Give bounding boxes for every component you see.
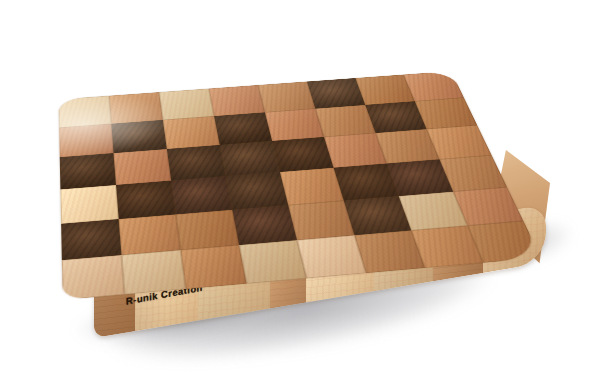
cutting-board-photo: ♣ R-unik Création bbox=[0, 0, 600, 385]
board-cell-r1c8 bbox=[403, 71, 463, 101]
board-cell-r3c3 bbox=[167, 145, 226, 180]
board-cell-r2c1 bbox=[59, 124, 113, 158]
board-cell-r1c5 bbox=[258, 82, 315, 113]
board-cell-r3c4 bbox=[220, 141, 280, 176]
board-cell-r3c5 bbox=[272, 137, 333, 172]
board-cell-r1c4 bbox=[209, 85, 265, 116]
board-cell-r3c8 bbox=[427, 125, 492, 159]
board-cell-r1c3 bbox=[159, 89, 214, 120]
board-cell-r4c1 bbox=[60, 185, 118, 224]
board-cell-r1c2 bbox=[109, 92, 163, 123]
board-cell-r3c1 bbox=[60, 153, 116, 189]
board-cell-r6c5 bbox=[297, 235, 366, 278]
board-cell-r6c1 bbox=[62, 255, 125, 300]
board-cell-r2c4 bbox=[214, 112, 272, 145]
board-cell-r6c4 bbox=[239, 240, 307, 283]
board-cell-r4c3 bbox=[171, 176, 232, 214]
board-cell-r2c5 bbox=[265, 108, 324, 141]
board-cell-r5c3 bbox=[176, 210, 239, 251]
board-cell-r6c3 bbox=[181, 245, 247, 289]
board-cell-r3c2 bbox=[114, 149, 172, 185]
board-cell-r5c2 bbox=[119, 214, 181, 255]
board-cell-r6c2 bbox=[122, 250, 186, 294]
board-cell-r4c4 bbox=[226, 172, 288, 210]
board-cell-r5c1 bbox=[61, 219, 121, 260]
board-cell-r2c2 bbox=[111, 120, 167, 154]
board-cell-r3c6 bbox=[324, 133, 387, 168]
board-cell-r4c2 bbox=[116, 181, 176, 219]
board-cell-r2c3 bbox=[163, 116, 220, 149]
board-cell-r4c5 bbox=[280, 168, 344, 205]
board-cell-r5c4 bbox=[232, 205, 297, 245]
board-cell-r1c1 bbox=[59, 96, 112, 128]
board-cell-r2c8 bbox=[415, 97, 478, 129]
